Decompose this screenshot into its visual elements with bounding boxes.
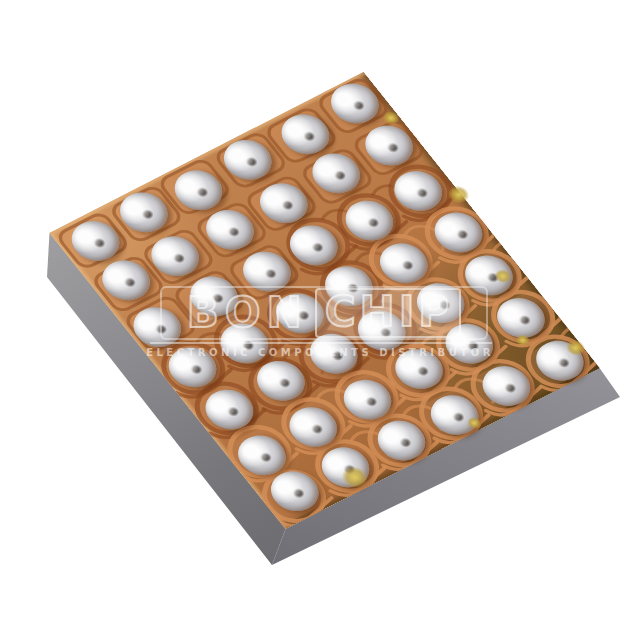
ball-grid [50,72,600,529]
photo-background: BON CHIP ELECTRONIC COMPONENTS DISTRIBUT… [0,0,640,640]
solder-ball [321,76,387,130]
chip-top-face [50,72,600,529]
